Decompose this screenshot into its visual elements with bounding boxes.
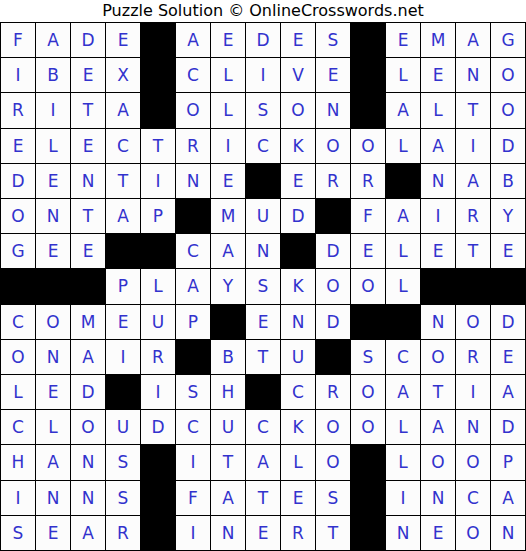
- black-cell: [456, 269, 490, 303]
- grid-cell[interactable]: E: [281, 23, 315, 57]
- grid-cell[interactable]: E: [281, 481, 315, 515]
- grid-cell[interactable]: L: [36, 129, 70, 163]
- grid-cell[interactable]: C: [281, 375, 315, 409]
- grid-cell[interactable]: P: [176, 305, 210, 339]
- grid-cell[interactable]: S: [316, 481, 350, 515]
- grid-cell[interactable]: L: [386, 234, 420, 268]
- grid-cell[interactable]: L: [1, 375, 35, 409]
- black-cell: [351, 305, 385, 339]
- grid-cell[interactable]: E: [1, 129, 35, 163]
- black-cell: [1, 269, 35, 303]
- grid-cell[interactable]: I: [176, 445, 210, 479]
- grid-cell[interactable]: O: [491, 58, 525, 92]
- grid-cell[interactable]: D: [316, 305, 350, 339]
- black-cell: [316, 340, 350, 374]
- grid-cell[interactable]: E: [491, 340, 525, 374]
- black-cell: [211, 305, 245, 339]
- grid-cell[interactable]: R: [456, 199, 490, 233]
- grid-cell[interactable]: R: [351, 164, 385, 198]
- grid-cell[interactable]: D: [71, 375, 105, 409]
- grid-cell[interactable]: I: [211, 129, 245, 163]
- black-cell: [246, 164, 280, 198]
- black-cell: [281, 234, 315, 268]
- black-cell: [351, 445, 385, 479]
- grid-cell[interactable]: A: [491, 375, 525, 409]
- grid-cell[interactable]: C: [456, 481, 490, 515]
- grid-cell[interactable]: S: [351, 340, 385, 374]
- grid-cell[interactable]: D: [71, 23, 105, 57]
- grid-cell[interactable]: O: [456, 305, 490, 339]
- black-cell: [421, 269, 455, 303]
- grid-cell[interactable]: O: [316, 410, 350, 444]
- grid-cell[interactable]: N: [281, 305, 315, 339]
- grid-cell[interactable]: R: [456, 340, 490, 374]
- grid-cell[interactable]: L: [386, 410, 420, 444]
- grid-cell[interactable]: E: [71, 58, 105, 92]
- grid-cell[interactable]: D: [246, 23, 280, 57]
- grid-cell[interactable]: E: [281, 164, 315, 198]
- grid-cell[interactable]: N: [386, 516, 420, 550]
- grid-cell[interactable]: O: [281, 93, 315, 127]
- grid-cell[interactable]: R: [316, 375, 350, 409]
- grid-cell[interactable]: E: [71, 234, 105, 268]
- black-cell: [246, 375, 280, 409]
- grid-cell[interactable]: N: [36, 340, 70, 374]
- grid-cell[interactable]: K: [281, 129, 315, 163]
- grid-cell[interactable]: E: [106, 305, 140, 339]
- grid-cell[interactable]: C: [386, 340, 420, 374]
- grid-cell[interactable]: R: [141, 340, 175, 374]
- grid-cell[interactable]: X: [106, 58, 140, 92]
- grid-cell[interactable]: A: [71, 340, 105, 374]
- grid-cell[interactable]: T: [316, 516, 350, 550]
- black-cell: [386, 305, 420, 339]
- grid-cell[interactable]: O: [71, 410, 105, 444]
- grid-cell[interactable]: A: [421, 410, 455, 444]
- grid-cell[interactable]: A: [106, 199, 140, 233]
- grid-cell[interactable]: M: [71, 305, 105, 339]
- grid-cell[interactable]: C: [1, 305, 35, 339]
- grid-cell[interactable]: A: [491, 481, 525, 515]
- grid-cell[interactable]: D: [281, 199, 315, 233]
- grid-cell[interactable]: B: [36, 58, 70, 92]
- grid-cell[interactable]: N: [421, 164, 455, 198]
- grid-cell[interactable]: A: [211, 234, 245, 268]
- grid-cell[interactable]: M: [211, 199, 245, 233]
- grid-cell[interactable]: A: [456, 23, 490, 57]
- grid-cell[interactable]: O: [351, 375, 385, 409]
- grid-cell[interactable]: I: [1, 481, 35, 515]
- grid-cell[interactable]: A: [211, 481, 245, 515]
- grid-cell[interactable]: I: [36, 93, 70, 127]
- grid-cell[interactable]: S: [106, 445, 140, 479]
- grid-cell[interactable]: N: [71, 164, 105, 198]
- grid-cell[interactable]: T: [246, 481, 280, 515]
- grid-cell[interactable]: R: [106, 516, 140, 550]
- grid-cell[interactable]: I: [176, 516, 210, 550]
- black-cell: [491, 269, 525, 303]
- black-cell: [141, 516, 175, 550]
- grid-cell[interactable]: G: [1, 234, 35, 268]
- grid-cell[interactable]: D: [491, 410, 525, 444]
- grid-cell[interactable]: E: [386, 23, 420, 57]
- grid-cell[interactable]: P: [491, 445, 525, 479]
- grid-cell[interactable]: A: [106, 93, 140, 127]
- grid-cell[interactable]: S: [106, 481, 140, 515]
- grid-cell[interactable]: P: [141, 199, 175, 233]
- grid-cell[interactable]: A: [386, 375, 420, 409]
- grid-cell[interactable]: L: [421, 93, 455, 127]
- black-cell: [316, 199, 350, 233]
- grid-cell[interactable]: K: [281, 410, 315, 444]
- grid-cell[interactable]: E: [316, 58, 350, 92]
- grid-cell[interactable]: D: [141, 410, 175, 444]
- grid-cell[interactable]: A: [246, 445, 280, 479]
- black-cell: [141, 23, 175, 57]
- grid-cell[interactable]: R: [176, 129, 210, 163]
- black-cell: [351, 516, 385, 550]
- black-cell: [36, 269, 70, 303]
- grid-cell[interactable]: N: [421, 481, 455, 515]
- grid-cell[interactable]: S: [246, 93, 280, 127]
- grid-cell[interactable]: A: [386, 199, 420, 233]
- grid-cell[interactable]: T: [211, 445, 245, 479]
- grid-cell[interactable]: H: [1, 445, 35, 479]
- grid-cell[interactable]: T: [421, 375, 455, 409]
- grid-cell[interactable]: I: [141, 375, 175, 409]
- puzzle-solution-page: Puzzle Solution © OnlineCrosswords.net F…: [0, 0, 526, 551]
- grid-cell[interactable]: B: [491, 164, 525, 198]
- grid-cell[interactable]: H: [211, 375, 245, 409]
- grid-cell[interactable]: E: [491, 234, 525, 268]
- grid-cell[interactable]: O: [456, 516, 490, 550]
- grid-cell[interactable]: D: [1, 164, 35, 198]
- grid-cell[interactable]: G: [491, 23, 525, 57]
- grid-cell[interactable]: F: [1, 23, 35, 57]
- grid-cell[interactable]: C: [246, 129, 280, 163]
- grid-cell[interactable]: S: [1, 516, 35, 550]
- grid-cell[interactable]: S: [176, 375, 210, 409]
- grid-cell[interactable]: O: [421, 340, 455, 374]
- grid-cell[interactable]: U: [106, 410, 140, 444]
- grid-cell[interactable]: N: [36, 481, 70, 515]
- grid-cell[interactable]: C: [1, 410, 35, 444]
- grid-cell[interactable]: C: [176, 58, 210, 92]
- crossword-grid: FADEAEDESEMAGIBEXCLIVELENORITAOLSONALTOE…: [0, 22, 526, 551]
- grid-cell[interactable]: L: [36, 410, 70, 444]
- grid-cell[interactable]: N: [456, 58, 490, 92]
- grid-cell[interactable]: O: [351, 410, 385, 444]
- grid-cell[interactable]: O: [316, 445, 350, 479]
- grid-cell[interactable]: A: [71, 516, 105, 550]
- grid-cell[interactable]: E: [351, 234, 385, 268]
- grid-cell[interactable]: U: [211, 410, 245, 444]
- grid-cell[interactable]: O: [351, 269, 385, 303]
- grid-cell[interactable]: N: [176, 164, 210, 198]
- grid-cell[interactable]: I: [456, 129, 490, 163]
- black-cell: [386, 164, 420, 198]
- grid-cell[interactable]: A: [176, 23, 210, 57]
- black-cell: [351, 93, 385, 127]
- grid-cell[interactable]: E: [36, 234, 70, 268]
- grid-cell[interactable]: M: [421, 23, 455, 57]
- grid-cell[interactable]: I: [1, 58, 35, 92]
- grid-cell[interactable]: C: [176, 410, 210, 444]
- grid-cell[interactable]: O: [176, 93, 210, 127]
- black-cell: [351, 481, 385, 515]
- grid-cell[interactable]: A: [36, 23, 70, 57]
- grid-cell[interactable]: E: [421, 516, 455, 550]
- grid-cell[interactable]: C: [246, 410, 280, 444]
- black-cell: [106, 375, 140, 409]
- grid-cell[interactable]: A: [421, 129, 455, 163]
- black-cell: [141, 234, 175, 268]
- grid-cell[interactable]: N: [456, 410, 490, 444]
- grid-cell[interactable]: Y: [211, 269, 245, 303]
- grid-cell[interactable]: E: [421, 234, 455, 268]
- grid-cell[interactable]: E: [421, 58, 455, 92]
- black-cell: [106, 234, 140, 268]
- black-cell: [141, 58, 175, 92]
- grid-cell[interactable]: L: [386, 269, 420, 303]
- grid-cell[interactable]: E: [71, 129, 105, 163]
- grid-cell[interactable]: T: [456, 93, 490, 127]
- grid-cell[interactable]: Y: [491, 199, 525, 233]
- grid-cell[interactable]: N: [211, 516, 245, 550]
- grid-cell[interactable]: U: [141, 305, 175, 339]
- grid-cell[interactable]: E: [36, 516, 70, 550]
- grid-cell[interactable]: O: [36, 305, 70, 339]
- black-cell: [351, 23, 385, 57]
- grid-cell[interactable]: I: [456, 375, 490, 409]
- grid-cell[interactable]: N: [491, 516, 525, 550]
- grid-cell[interactable]: O: [351, 129, 385, 163]
- grid-cell[interactable]: E: [246, 516, 280, 550]
- grid-cell[interactable]: E: [211, 164, 245, 198]
- grid-cell[interactable]: T: [141, 129, 175, 163]
- grid-cell[interactable]: O: [1, 340, 35, 374]
- grid-cell[interactable]: L: [281, 445, 315, 479]
- grid-cell[interactable]: L: [386, 129, 420, 163]
- grid-cell[interactable]: E: [211, 23, 245, 57]
- black-cell: [71, 269, 105, 303]
- grid-cell[interactable]: I: [141, 164, 175, 198]
- black-cell: [141, 481, 175, 515]
- grid-cell[interactable]: S: [246, 269, 280, 303]
- grid-cell[interactable]: T: [106, 164, 140, 198]
- grid-cell[interactable]: O: [1, 199, 35, 233]
- grid-cell[interactable]: N: [36, 199, 70, 233]
- black-cell: [351, 58, 385, 92]
- grid-cell[interactable]: O: [316, 129, 350, 163]
- grid-cell[interactable]: T: [71, 93, 105, 127]
- grid-cell[interactable]: O: [316, 269, 350, 303]
- black-cell: [176, 199, 210, 233]
- grid-cell[interactable]: R: [281, 516, 315, 550]
- grid-cell[interactable]: D: [491, 129, 525, 163]
- grid-cell[interactable]: K: [281, 269, 315, 303]
- grid-cell[interactable]: A: [386, 93, 420, 127]
- grid-cell[interactable]: I: [106, 340, 140, 374]
- grid-cell[interactable]: R: [1, 93, 35, 127]
- grid-cell[interactable]: N: [421, 305, 455, 339]
- grid-cell[interactable]: B: [211, 340, 245, 374]
- grid-cell[interactable]: R: [316, 164, 350, 198]
- grid-cell[interactable]: T: [246, 340, 280, 374]
- grid-cell[interactable]: E: [246, 305, 280, 339]
- grid-cell[interactable]: A: [36, 445, 70, 479]
- grid-cell[interactable]: E: [106, 23, 140, 57]
- grid-cell[interactable]: E: [36, 164, 70, 198]
- grid-cell[interactable]: C: [176, 234, 210, 268]
- grid-cell[interactable]: U: [281, 340, 315, 374]
- grid-cell[interactable]: L: [386, 445, 420, 479]
- grid-cell[interactable]: O: [456, 445, 490, 479]
- grid-cell[interactable]: A: [176, 269, 210, 303]
- grid-cell[interactable]: I: [246, 58, 280, 92]
- grid-cell[interactable]: N: [316, 93, 350, 127]
- black-cell: [141, 445, 175, 479]
- grid-cell[interactable]: D: [491, 305, 525, 339]
- grid-cell[interactable]: V: [281, 58, 315, 92]
- grid-cell[interactable]: A: [456, 164, 490, 198]
- grid-cell[interactable]: D: [316, 234, 350, 268]
- grid-cell[interactable]: F: [176, 481, 210, 515]
- grid-cell[interactable]: P: [106, 269, 140, 303]
- page-title: Puzzle Solution © OnlineCrosswords.net: [0, 0, 526, 22]
- grid-cell[interactable]: O: [421, 445, 455, 479]
- grid-cell[interactable]: N: [71, 445, 105, 479]
- grid-cell[interactable]: S: [316, 23, 350, 57]
- grid-cell[interactable]: L: [211, 93, 245, 127]
- grid-cell[interactable]: C: [106, 129, 140, 163]
- grid-cell[interactable]: U: [246, 199, 280, 233]
- black-cell: [176, 340, 210, 374]
- grid-cell[interactable]: O: [491, 93, 525, 127]
- grid-cell[interactable]: L: [211, 58, 245, 92]
- grid-cell[interactable]: F: [351, 199, 385, 233]
- grid-cell[interactable]: I: [386, 481, 420, 515]
- grid-cell[interactable]: I: [421, 199, 455, 233]
- grid-cell[interactable]: E: [36, 375, 70, 409]
- grid-cell[interactable]: L: [386, 58, 420, 92]
- black-cell: [141, 93, 175, 127]
- grid-cell[interactable]: T: [71, 199, 105, 233]
- grid-cell[interactable]: T: [456, 234, 490, 268]
- grid-cell[interactable]: N: [71, 481, 105, 515]
- grid-cell[interactable]: N: [246, 234, 280, 268]
- grid-cell[interactable]: L: [141, 269, 175, 303]
